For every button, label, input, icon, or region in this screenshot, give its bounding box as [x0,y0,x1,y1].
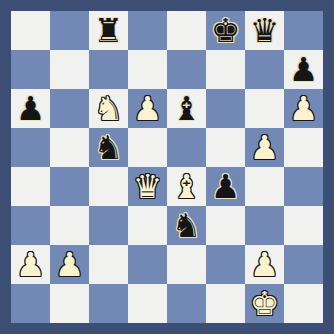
square-d5[interactable] [128,128,167,167]
square-e6[interactable]: ♝ [167,89,206,128]
square-b3[interactable] [50,206,89,245]
square-b6[interactable] [50,89,89,128]
white-pawn-b2[interactable]: ♟ [55,245,85,284]
white-pawn-a2[interactable]: ♟ [16,245,46,284]
square-a2[interactable]: ♟ [11,245,50,284]
square-h1[interactable] [284,284,323,323]
square-f7[interactable] [206,50,245,89]
square-a8[interactable] [11,11,50,50]
square-g1[interactable]: ♚ [245,284,284,323]
black-bishop-e6[interactable]: ♝ [172,89,202,128]
white-king-g1[interactable]: ♚ [250,284,280,323]
square-g6[interactable] [245,89,284,128]
square-c5[interactable]: ♞ [89,128,128,167]
square-h8[interactable] [284,11,323,50]
square-b7[interactable] [50,50,89,89]
square-c1[interactable] [89,284,128,323]
square-f5[interactable] [206,128,245,167]
square-a6[interactable]: ♟ [11,89,50,128]
white-knight-c6[interactable]: ♞ [94,89,124,128]
square-d1[interactable] [128,284,167,323]
square-e3[interactable]: ♞ [167,206,206,245]
square-e4[interactable]: ♝ [167,167,206,206]
square-g3[interactable] [245,206,284,245]
square-a5[interactable] [11,128,50,167]
square-b2[interactable]: ♟ [50,245,89,284]
square-a1[interactable] [11,284,50,323]
black-knight-e3[interactable]: ♞ [172,206,202,245]
square-e8[interactable] [167,11,206,50]
square-e1[interactable] [167,284,206,323]
white-pawn-d6[interactable]: ♟ [133,89,163,128]
square-f2[interactable] [206,245,245,284]
white-bishop-e4[interactable]: ♝ [172,167,202,206]
black-pawn-a6[interactable]: ♟ [16,89,46,128]
square-d6[interactable]: ♟ [128,89,167,128]
square-b1[interactable] [50,284,89,323]
square-d2[interactable] [128,245,167,284]
square-f4[interactable]: ♟ [206,167,245,206]
board-frame: ♜♚♛♟♟♞♟♝♟♞♟♛♝♟♞♟♟♟♚ [0,0,334,334]
black-pawn-h7[interactable]: ♟ [289,50,319,89]
white-pawn-g5[interactable]: ♟ [250,128,280,167]
square-d4[interactable]: ♛ [128,167,167,206]
square-g4[interactable] [245,167,284,206]
white-pawn-g2[interactable]: ♟ [250,245,280,284]
black-rook-c8[interactable]: ♜ [94,11,124,50]
square-h3[interactable] [284,206,323,245]
square-g5[interactable]: ♟ [245,128,284,167]
square-a4[interactable] [11,167,50,206]
black-pawn-f4[interactable]: ♟ [211,167,241,206]
square-e2[interactable] [167,245,206,284]
square-b4[interactable] [50,167,89,206]
square-f8[interactable]: ♚ [206,11,245,50]
square-a3[interactable] [11,206,50,245]
square-g8[interactable]: ♛ [245,11,284,50]
chess-board: ♜♚♛♟♟♞♟♝♟♞♟♛♝♟♞♟♟♟♚ [11,11,323,323]
square-c8[interactable]: ♜ [89,11,128,50]
square-h7[interactable]: ♟ [284,50,323,89]
white-queen-d4[interactable]: ♛ [133,167,163,206]
square-g2[interactable]: ♟ [245,245,284,284]
square-g7[interactable] [245,50,284,89]
square-c6[interactable]: ♞ [89,89,128,128]
square-h5[interactable] [284,128,323,167]
black-knight-c5[interactable]: ♞ [94,128,124,167]
black-queen-g8[interactable]: ♛ [250,11,280,50]
square-f6[interactable] [206,89,245,128]
black-king-f8[interactable]: ♚ [211,11,241,50]
square-h6[interactable]: ♟ [284,89,323,128]
square-c4[interactable] [89,167,128,206]
square-d3[interactable] [128,206,167,245]
square-e5[interactable] [167,128,206,167]
square-a7[interactable] [11,50,50,89]
square-c3[interactable] [89,206,128,245]
square-b5[interactable] [50,128,89,167]
square-c2[interactable] [89,245,128,284]
square-d7[interactable] [128,50,167,89]
square-h2[interactable] [284,245,323,284]
square-f1[interactable] [206,284,245,323]
square-f3[interactable] [206,206,245,245]
square-h4[interactable] [284,167,323,206]
white-pawn-h6[interactable]: ♟ [289,89,319,128]
square-b8[interactable] [50,11,89,50]
square-d8[interactable] [128,11,167,50]
square-c7[interactable] [89,50,128,89]
square-e7[interactable] [167,50,206,89]
